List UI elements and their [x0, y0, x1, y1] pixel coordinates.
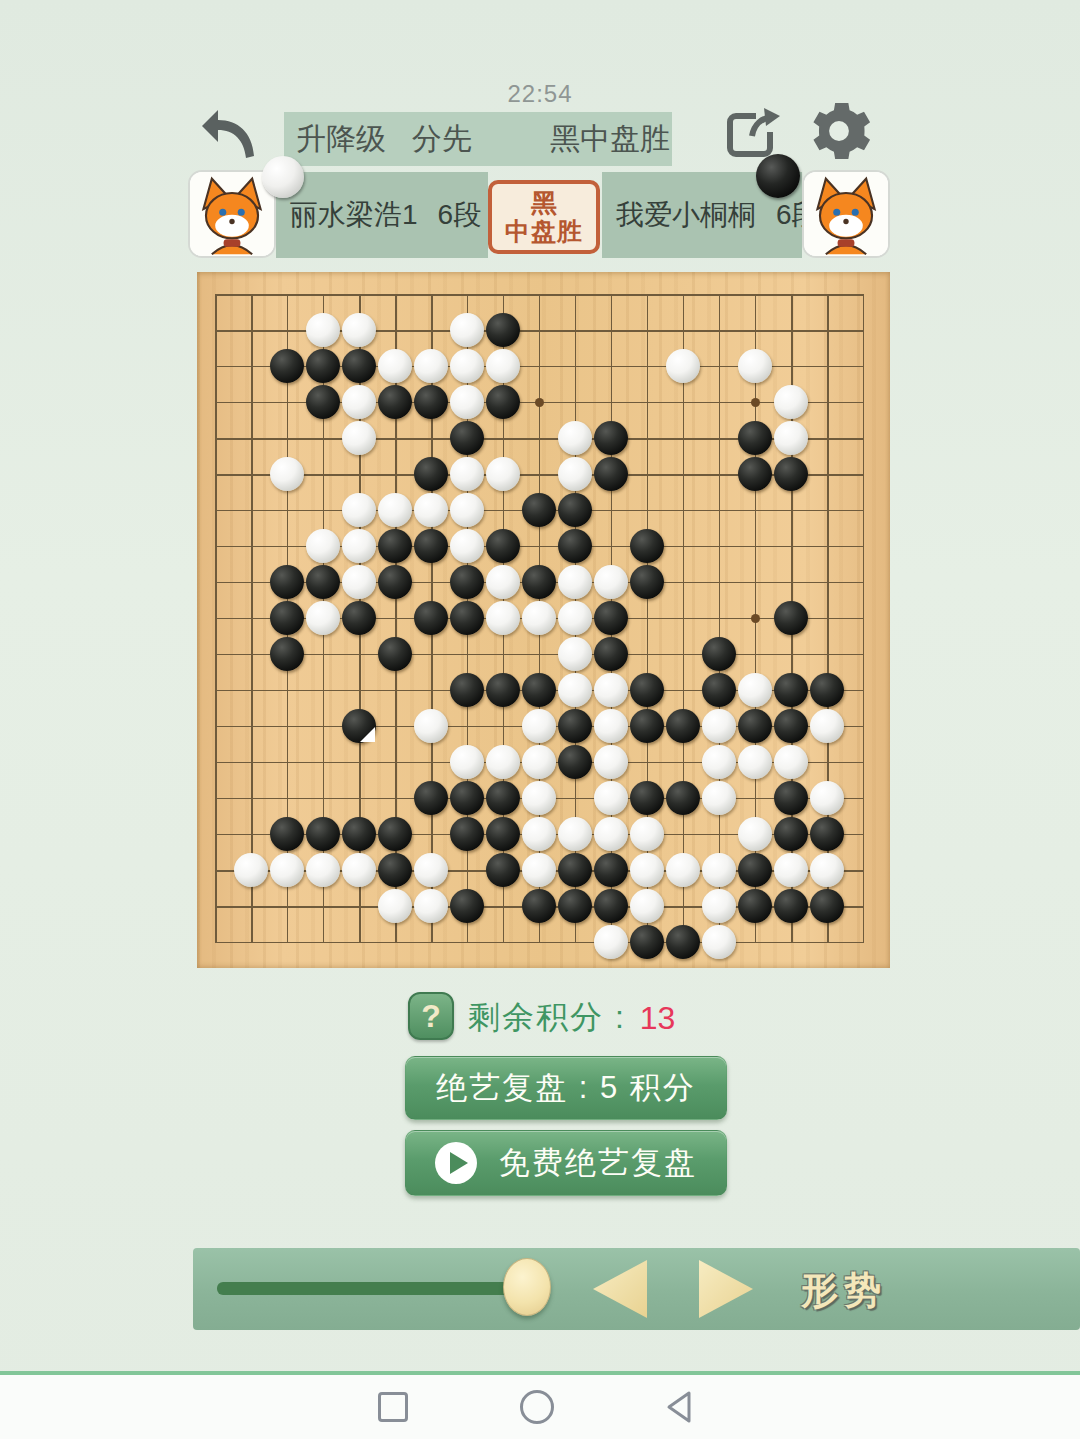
white-stone: [558, 817, 592, 851]
white-stone: [702, 709, 736, 743]
points-line: 剩余积分 : 13: [468, 996, 675, 1040]
black-stone: [630, 925, 664, 959]
black-stone: [414, 601, 448, 635]
white-stone: [450, 457, 484, 491]
fox-avatar-icon: [804, 172, 888, 256]
black-stone: [558, 493, 592, 527]
black-stone: [630, 673, 664, 707]
white-stone: [558, 673, 592, 707]
black-stone: [306, 817, 340, 851]
white-stone: [486, 349, 520, 383]
white-stone: [666, 853, 700, 887]
black-stone: [450, 889, 484, 923]
white-stone: [702, 745, 736, 779]
board-grid: [197, 276, 881, 960]
white-stone: [594, 817, 628, 851]
white-stone: [810, 853, 844, 887]
black-stone: [414, 529, 448, 563]
prev-move-button[interactable]: [593, 1260, 647, 1318]
white-stone: [666, 349, 700, 383]
white-player-name: 丽水梁浩1: [290, 196, 418, 234]
result-seal: 黑 中盘胜: [488, 180, 600, 254]
white-stone: [450, 349, 484, 383]
white-stone: [774, 385, 808, 419]
black-stone: [558, 529, 592, 563]
white-stone: [558, 457, 592, 491]
black-stone: [378, 529, 412, 563]
white-stone-indicator: [262, 156, 304, 198]
white-stone: [486, 601, 520, 635]
white-stone: [486, 565, 520, 599]
black-stone: [522, 889, 556, 923]
black-stone: [810, 817, 844, 851]
black-stone: [450, 673, 484, 707]
black-stone: [630, 781, 664, 815]
white-stone: [522, 817, 556, 851]
black-stone: [738, 889, 772, 923]
ai-review-button[interactable]: 绝艺复盘 : 5 积分: [405, 1056, 727, 1120]
recents-square-icon[interactable]: [378, 1392, 408, 1422]
black-stone: [738, 853, 772, 887]
white-stone: [558, 637, 592, 671]
black-stone: [558, 853, 592, 887]
white-stone: [378, 349, 412, 383]
progress-track[interactable]: [217, 1282, 527, 1295]
black-stone: [522, 673, 556, 707]
fox-avatar-icon: [190, 172, 274, 256]
black-stone: [594, 889, 628, 923]
black-stone: [522, 565, 556, 599]
black-stone: [774, 781, 808, 815]
black-stone: [414, 385, 448, 419]
seal-line1: 黑: [531, 190, 557, 217]
white-stone: [702, 925, 736, 959]
black-stone: [270, 601, 304, 635]
black-stone: [594, 637, 628, 671]
black-stone: [306, 349, 340, 383]
black-stone: [558, 745, 592, 779]
white-stone: [486, 745, 520, 779]
black-stone: [270, 349, 304, 383]
white-stone: [342, 421, 376, 455]
black-stone: [414, 457, 448, 491]
black-stone: [630, 709, 664, 743]
points-label: 剩余积分 :: [468, 996, 626, 1040]
white-stone: [594, 565, 628, 599]
black-stone: [414, 781, 448, 815]
go-board[interactable]: [197, 272, 890, 968]
black-stone: [450, 421, 484, 455]
white-stone: [738, 745, 772, 779]
white-stone: [414, 493, 448, 527]
white-stone: [342, 853, 376, 887]
white-stone: [306, 313, 340, 347]
white-stone: [594, 673, 628, 707]
result-label: 黑中盘胜: [550, 119, 670, 160]
seal-line2: 中盘胜: [505, 218, 583, 244]
black-stone: [486, 385, 520, 419]
white-stone: [594, 709, 628, 743]
white-stone: [702, 781, 736, 815]
black-stone: [594, 601, 628, 635]
white-stone: [414, 853, 448, 887]
white-stone: [270, 853, 304, 887]
white-player-panel: 丽水梁浩1 6段: [276, 172, 488, 258]
black-stone: [378, 565, 412, 599]
playback-control-bar: 形势: [193, 1248, 1080, 1330]
white-stone: [306, 601, 340, 635]
white-stone: [702, 853, 736, 887]
black-stone: [450, 817, 484, 851]
settings-button[interactable]: [806, 98, 872, 164]
home-circle-icon[interactable]: [520, 1390, 554, 1424]
android-nav-bar: [0, 1375, 1080, 1439]
white-stone: [774, 745, 808, 779]
next-move-button[interactable]: [699, 1260, 753, 1318]
star-point: [751, 614, 760, 623]
white-stone: [810, 709, 844, 743]
white-stone: [558, 601, 592, 635]
white-stone: [450, 313, 484, 347]
app-screen: 22:54 升降级 分先 黑中盘胜 丽水梁浩1 6段: [0, 0, 1080, 1439]
black-player-avatar[interactable]: [802, 170, 890, 258]
situation-button[interactable]: 形势: [789, 1266, 899, 1316]
black-stone: [342, 601, 376, 635]
black-stone: [774, 817, 808, 851]
game-info-strip: 升降级 分先 黑中盘胜: [284, 112, 672, 166]
points-value: 13: [640, 1000, 676, 1037]
progress-knob[interactable]: [503, 1258, 551, 1316]
black-stone: [738, 457, 772, 491]
black-stone: [378, 385, 412, 419]
star-point: [751, 398, 760, 407]
white-stone: [738, 817, 772, 851]
last-move-marker: [358, 725, 375, 742]
white-stone: [414, 709, 448, 743]
white-stone: [738, 349, 772, 383]
black-stone: [666, 709, 700, 743]
black-stone: [810, 889, 844, 923]
white-stone: [234, 853, 268, 887]
status-bar: 22:54: [0, 80, 1080, 108]
white-stone: [630, 889, 664, 923]
black-stone: [702, 673, 736, 707]
white-stone: [414, 889, 448, 923]
white-stone: [522, 853, 556, 887]
white-stone: [414, 349, 448, 383]
black-stone: [270, 817, 304, 851]
black-stone: [342, 709, 376, 743]
black-stone: [450, 565, 484, 599]
black-stone: [486, 853, 520, 887]
black-stone: [738, 421, 772, 455]
black-stone: [774, 673, 808, 707]
white-stone: [810, 781, 844, 815]
white-stone: [630, 853, 664, 887]
white-player-rank: 6段: [438, 196, 482, 234]
help-button[interactable]: ?: [408, 992, 454, 1040]
black-stone: [342, 817, 376, 851]
back-button[interactable]: [198, 106, 262, 166]
play-icon: [435, 1142, 477, 1184]
white-stone: [306, 529, 340, 563]
black-stone: [378, 853, 412, 887]
black-stone: [522, 493, 556, 527]
black-stone-indicator: [756, 154, 800, 198]
black-stone: [630, 565, 664, 599]
black-stone: [630, 529, 664, 563]
white-stone: [450, 385, 484, 419]
black-stone: [594, 421, 628, 455]
white-stone: [774, 421, 808, 455]
black-stone: [486, 781, 520, 815]
white-stone: [738, 673, 772, 707]
white-stone: [270, 457, 304, 491]
black-stone: [450, 601, 484, 635]
black-stone: [270, 637, 304, 671]
black-stone: [342, 349, 376, 383]
back-triangle-icon[interactable]: [662, 1388, 700, 1426]
black-player-name: 我爱小桐桐: [616, 196, 756, 234]
black-stone: [738, 709, 772, 743]
question-mark-icon: ?: [421, 998, 441, 1035]
white-stone: [594, 925, 628, 959]
black-stone: [774, 709, 808, 743]
white-stone: [342, 565, 376, 599]
black-stone: [306, 385, 340, 419]
white-stone: [522, 709, 556, 743]
white-stone: [342, 493, 376, 527]
black-stone: [486, 817, 520, 851]
black-stone: [666, 925, 700, 959]
rule-label: 分先: [412, 119, 472, 160]
black-stone: [810, 673, 844, 707]
black-stone: [594, 457, 628, 491]
black-stone: [486, 313, 520, 347]
white-stone: [342, 529, 376, 563]
white-stone: [702, 889, 736, 923]
black-stone: [558, 709, 592, 743]
black-stone: [774, 457, 808, 491]
white-stone: [522, 781, 556, 815]
black-stone: [702, 637, 736, 671]
white-stone: [774, 853, 808, 887]
white-stone: [450, 529, 484, 563]
back-arrow-icon: [202, 110, 254, 158]
black-stone: [666, 781, 700, 815]
white-stone: [558, 421, 592, 455]
black-stone: [378, 637, 412, 671]
black-stone: [486, 673, 520, 707]
black-stone: [486, 529, 520, 563]
black-stone: [378, 817, 412, 851]
black-stone: [306, 565, 340, 599]
black-stone: [774, 889, 808, 923]
white-stone: [594, 781, 628, 815]
white-stone: [342, 313, 376, 347]
white-stone: [378, 493, 412, 527]
white-stone: [630, 817, 664, 851]
white-stone: [594, 745, 628, 779]
white-stone: [522, 601, 556, 635]
black-stone: [270, 565, 304, 599]
white-stone: [342, 385, 376, 419]
black-stone: [594, 853, 628, 887]
match-type-label: 升降级: [296, 119, 386, 160]
white-stone: [558, 565, 592, 599]
black-stone: [558, 889, 592, 923]
clock: 22:54: [507, 80, 572, 107]
white-stone: [486, 457, 520, 491]
white-stone: [450, 745, 484, 779]
white-stone: [306, 853, 340, 887]
star-point: [535, 398, 544, 407]
white-stone: [378, 889, 412, 923]
black-stone: [774, 601, 808, 635]
free-ai-review-button[interactable]: 免费绝艺复盘: [405, 1130, 727, 1196]
black-stone: [450, 781, 484, 815]
white-stone: [450, 493, 484, 527]
white-stone: [522, 745, 556, 779]
